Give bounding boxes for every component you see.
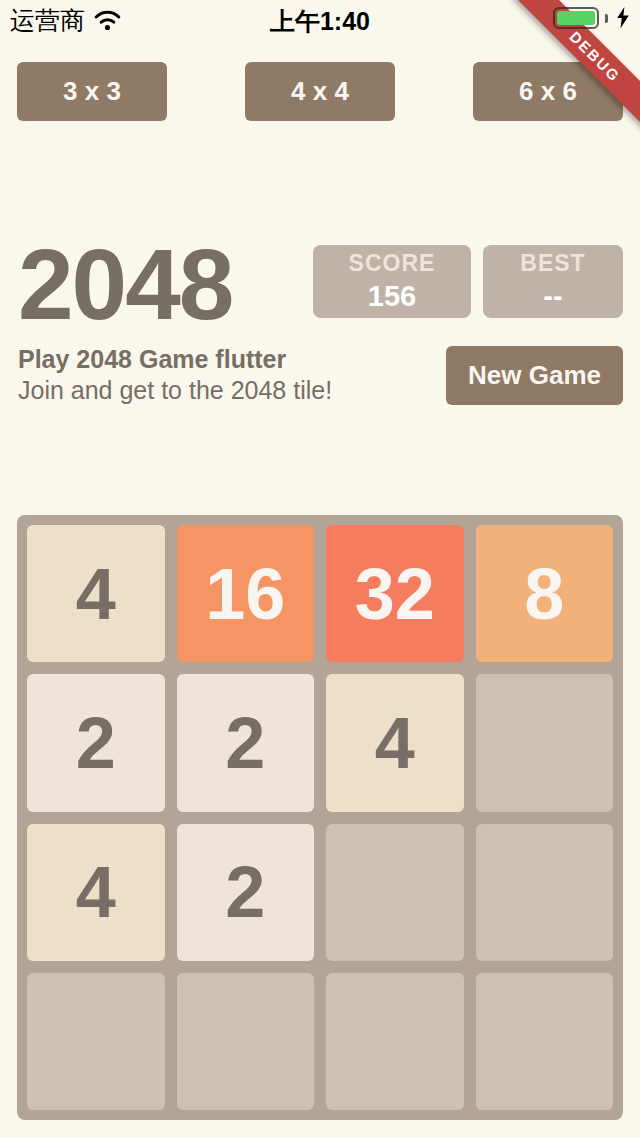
- new-game-button[interactable]: New Game: [446, 346, 623, 405]
- tile-16: 16: [177, 525, 315, 662]
- empty-cell: [326, 973, 464, 1110]
- header: 2048 SCORE 156 BEST --: [18, 243, 623, 325]
- status-bar: 运营商 上午1:40: [0, 0, 640, 44]
- tile-4: 4: [326, 674, 464, 811]
- tile-32: 32: [326, 525, 464, 662]
- size-button-4x4[interactable]: 4 x 4: [245, 62, 395, 121]
- tile-8: 8: [476, 525, 614, 662]
- score-value: 156: [368, 280, 416, 313]
- best-box: BEST --: [483, 245, 623, 318]
- clock: 上午1:40: [0, 5, 640, 38]
- game-board[interactable]: 41632822442: [17, 515, 623, 1120]
- battery-tip: [605, 14, 608, 23]
- charging-bolt-icon: [616, 7, 630, 29]
- tile-2: 2: [177, 824, 315, 961]
- tile-4: 4: [27, 525, 165, 662]
- tagline-bold: Play 2048 Game flutter: [18, 344, 332, 375]
- score-label: SCORE: [349, 250, 436, 277]
- empty-cell: [476, 973, 614, 1110]
- battery-icon: [553, 7, 599, 29]
- tile-2: 2: [177, 674, 315, 811]
- tile-2: 2: [27, 674, 165, 811]
- empty-cell: [27, 973, 165, 1110]
- empty-cell: [476, 674, 614, 811]
- page-title: 2048: [18, 243, 232, 325]
- tile-4: 4: [27, 824, 165, 961]
- best-value: --: [543, 280, 562, 313]
- subheader: Play 2048 Game flutter Join and get to t…: [18, 344, 623, 406]
- best-label: BEST: [520, 250, 585, 277]
- score-box: SCORE 156: [313, 245, 471, 318]
- empty-cell: [177, 973, 315, 1110]
- empty-cell: [476, 824, 614, 961]
- empty-cell: [326, 824, 464, 961]
- size-button-3x3[interactable]: 3 x 3: [17, 62, 167, 121]
- tagline-normal: Join and get to the 2048 tile!: [18, 375, 332, 406]
